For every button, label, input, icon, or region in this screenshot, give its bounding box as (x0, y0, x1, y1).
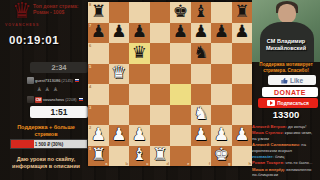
white-king-g1[interactable]: ♚ (214, 146, 229, 163)
square-c8[interactable] (129, 2, 150, 23)
streamer-avatar (27, 96, 34, 103)
white-rook-d1[interactable]: ♜ (152, 146, 167, 163)
square-f6[interactable]: ♞ (191, 43, 212, 64)
square-h1[interactable]: h (232, 146, 253, 167)
square-b1[interactable]: b (109, 146, 130, 167)
square-h7[interactable]: ♟ (232, 23, 253, 44)
youtube-play-icon (267, 100, 275, 106)
chat-message: Роман Токарев: что-то было... (252, 160, 318, 165)
square-h8[interactable]: ♜ (232, 2, 253, 23)
black-knight-f6[interactable]: ♞ (193, 44, 208, 61)
square-d1[interactable]: d♜ (150, 146, 171, 167)
square-d3[interactable] (150, 105, 171, 126)
square-b5[interactable]: ♛ (109, 64, 130, 85)
square-e2[interactable] (170, 125, 191, 146)
opponent-clock-value: 2:34 (51, 63, 66, 72)
square-d5[interactable] (150, 64, 171, 85)
square-a1[interactable]: 1a♜ (88, 146, 109, 167)
square-d7[interactable] (150, 23, 171, 44)
square-h3[interactable] (232, 105, 253, 126)
lessons-note-line1: Даю уроки по скайпу, (0, 156, 92, 163)
square-f2[interactable]: ♟ (191, 125, 212, 146)
chat-message: Алексей Сильванович: на королевском вскр… (252, 142, 318, 153)
square-g4[interactable] (211, 84, 232, 105)
rank-label: 7 (89, 23, 91, 28)
channel-logo-text: VOVANCHESS (5, 23, 39, 27)
rank-label: 8 (89, 2, 91, 7)
subscribe-label: Подписаться (277, 101, 308, 106)
webcam-view (252, 0, 320, 62)
square-a6[interactable]: 6 (88, 43, 109, 64)
square-a7[interactable]: 7♟ (88, 23, 109, 44)
white-pawn-f2[interactable]: ♟ (193, 126, 208, 143)
square-h5[interactable] (232, 64, 253, 85)
file-label: e (187, 161, 189, 166)
chess-board[interactable]: 8♜♚♝♜7♟♟♟♟♟♟♟6♛♞5♛43♞2♟♟♟♟♟♟1a♜bc♝d♜efg♚… (88, 2, 252, 166)
streamer-title-line2: Михайловский (252, 45, 320, 52)
chat-message: Dimka333: беру прямо 3000... здорово и п… (252, 179, 318, 180)
black-rook-a8[interactable]: ♜ (91, 3, 106, 20)
top-donation-value: Роман - 100$ (33, 9, 79, 15)
white-pawn-b2[interactable]: ♟ (111, 126, 126, 143)
opponent-rating: (2145) (61, 78, 73, 83)
square-c1[interactable]: c♝ (129, 146, 150, 167)
chat-list[interactable]: Алексей Ветров: до конца!Миша Стрелок: к… (252, 124, 318, 180)
lessons-note-line2: информация в описании (0, 163, 92, 170)
white-bishop-c1[interactable]: ♝ (132, 146, 147, 163)
white-queen-b5[interactable]: ♛ (111, 64, 126, 81)
square-g1[interactable]: g♚ (211, 146, 232, 167)
file-label: a (105, 161, 107, 166)
square-f4[interactable] (191, 84, 212, 105)
square-g5[interactable] (211, 64, 232, 85)
like-label: Like (290, 77, 303, 84)
file-label: h (249, 161, 251, 166)
square-c7[interactable]: ♟ (129, 23, 150, 44)
donation-goal-title: Поддержка + больше стримов (0, 124, 92, 137)
opponent-clock: 2:34 (30, 62, 88, 73)
chat-username: Миша и вперёд: (252, 167, 286, 172)
like-button[interactable]: Like (268, 75, 316, 85)
streamer-clock-value: 1:51 (50, 107, 67, 117)
square-a4[interactable]: 4 (88, 84, 109, 105)
streamer-title-name: CM Владимир Михайловский (252, 38, 320, 51)
subscribe-button[interactable]: Подписаться (258, 98, 318, 108)
file-label: b (126, 161, 128, 166)
square-e7[interactable]: ♟ (170, 23, 191, 44)
square-d2[interactable] (150, 125, 171, 146)
donate-button[interactable]: DONATE (262, 87, 318, 97)
black-pawn-h7[interactable]: ♟ (234, 23, 249, 40)
black-pawn-e7[interactable]: ♟ (173, 23, 188, 40)
black-pawn-b7[interactable]: ♟ (111, 23, 126, 40)
thumbs-up-icon (281, 77, 288, 84)
chat-text: до конца! (288, 124, 306, 129)
white-pawn-a2[interactable]: ♟ (91, 126, 106, 143)
chat-message: Алексей Ветров: до конца! (252, 124, 318, 129)
square-a3[interactable]: 3 (88, 105, 109, 126)
streamer-row[interactable]: CM vovanchess (2208) (27, 96, 83, 103)
donation-progress-bar: 1 500 ₽ (30%) (10, 139, 88, 149)
white-pawn-g2[interactable]: ♟ (214, 126, 229, 143)
square-a8[interactable]: 8♜ (88, 2, 109, 23)
opponent-avatar (27, 77, 34, 84)
chat-message: zxcmaster: блиц (252, 154, 318, 159)
rank-label: 3 (89, 105, 91, 110)
support-note: Поддержка мотивирует стримера. Спасибо! (252, 62, 320, 73)
black-bishop-f8[interactable]: ♝ (193, 3, 208, 20)
chat-text: блиц (275, 154, 284, 159)
white-pawn-h2[interactable]: ♟ (234, 126, 249, 143)
square-e6[interactable] (170, 43, 191, 64)
goal-title-line2: стримов (0, 131, 92, 138)
channel-logo-icon: ♛ (12, 0, 32, 23)
title-badge: CM (35, 97, 42, 103)
rank-label: 1 (89, 146, 91, 151)
chat-username: Dimka333: (252, 179, 274, 180)
chat-username: Алексей Ветров: (252, 124, 288, 129)
square-e4[interactable] (170, 84, 191, 105)
square-e1[interactable]: e (170, 146, 191, 167)
black-pawn-a7[interactable]: ♟ (91, 23, 106, 40)
chat-message: Миша Стрелок: красиво чемп, на узком (252, 130, 318, 141)
streamer-flag-icon (79, 98, 83, 101)
square-f7[interactable]: ♟ (191, 23, 212, 44)
square-f1[interactable]: f (191, 146, 212, 167)
square-d6[interactable] (150, 43, 171, 64)
file-label: c (146, 161, 148, 166)
square-e3[interactable] (170, 105, 191, 126)
black-rook-h8[interactable]: ♜ (234, 3, 249, 20)
stream-timer: 00:19:01 (9, 34, 59, 46)
square-b2[interactable]: ♟ (109, 125, 130, 146)
square-b6[interactable] (109, 43, 130, 64)
square-c4[interactable] (129, 84, 150, 105)
rank-label: 5 (89, 64, 91, 69)
square-c5[interactable] (129, 64, 150, 85)
square-g6[interactable] (211, 43, 232, 64)
square-f3[interactable]: ♞ (191, 105, 212, 126)
chat-username: Алексей Сильванович: (252, 142, 301, 147)
chat-username: zxcmaster: (252, 154, 275, 159)
square-g2[interactable]: ♟ (211, 125, 232, 146)
black-pawn-f7[interactable]: ♟ (193, 23, 208, 40)
square-c2[interactable]: ♟ (129, 125, 150, 146)
streamer-rating: (2208) (65, 97, 77, 102)
square-b4[interactable] (109, 84, 130, 105)
file-label: g (228, 161, 230, 166)
opponent-row[interactable]: guest7313086 (2145) (27, 77, 79, 84)
chat-message: Миша и вперёд: великолепно по-блицовски (252, 167, 318, 178)
square-d4[interactable] (150, 84, 171, 105)
square-f8[interactable]: ♝ (191, 2, 212, 23)
black-pawn-g7[interactable]: ♟ (214, 23, 229, 40)
square-c6[interactable]: ♛ (129, 43, 150, 64)
black-pawn-c7[interactable]: ♟ (132, 23, 147, 40)
support-note-line2: стримера. Спасибо! (252, 68, 320, 74)
square-h6[interactable] (232, 43, 253, 64)
donate-label: DONATE (274, 89, 306, 96)
white-knight-f3[interactable]: ♞ (193, 105, 208, 122)
rank-label: 4 (89, 84, 91, 89)
white-pawn-c2[interactable]: ♟ (132, 126, 147, 143)
white-rook-a1[interactable]: ♜ (91, 146, 106, 163)
chat-text: что-то было... (286, 160, 313, 165)
rank-label: 6 (89, 43, 91, 48)
subscriber-count: 13300 (252, 109, 320, 120)
square-c3[interactable] (129, 105, 150, 126)
square-d8[interactable] (150, 2, 171, 23)
square-b7[interactable]: ♟ (109, 23, 130, 44)
square-g7[interactable]: ♟ (211, 23, 232, 44)
square-f5[interactable] (191, 64, 212, 85)
file-label: d (167, 161, 169, 166)
black-king-e8[interactable]: ♚ (173, 3, 188, 20)
black-queen-c6[interactable]: ♛ (132, 44, 147, 61)
square-a5[interactable]: 5 (88, 64, 109, 85)
square-h2[interactable]: ♟ (232, 125, 253, 146)
captured-pieces: ♙ ♙ ♙ (37, 86, 59, 92)
square-a2[interactable]: 2♟ (88, 125, 109, 146)
square-e8[interactable]: ♚ (170, 2, 191, 23)
streamer-clock: 1:51 (30, 106, 88, 118)
rank-label: 2 (89, 125, 91, 130)
support-note-line1: Поддержка мотивирует (252, 62, 320, 68)
square-g3[interactable] (211, 105, 232, 126)
chat-username: Роман Токарев: (252, 160, 286, 165)
streamer-face (278, 4, 296, 23)
stream-screen: ♛ VOVANCHESS Топ донат стрима: Роман - 1… (0, 0, 320, 180)
square-b8[interactable] (109, 2, 130, 23)
square-b3[interactable] (109, 105, 130, 126)
donation-progress-label: 1 500 ₽ (30%) (11, 140, 87, 148)
square-g8[interactable] (211, 2, 232, 23)
square-h4[interactable] (232, 84, 253, 105)
opponent-flag-icon (75, 79, 79, 82)
lessons-note: Даю уроки по скайпу, информация в описан… (0, 156, 92, 170)
opponent-name: guest7313086 (35, 78, 60, 83)
chat-username: Миша Стрелок: (252, 130, 285, 135)
file-label: f (209, 161, 210, 166)
square-e5[interactable] (170, 64, 191, 85)
streamer-name: vovanchess (43, 97, 64, 102)
top-donation-note: Топ донат стрима: Роман - 100$ (33, 3, 79, 15)
